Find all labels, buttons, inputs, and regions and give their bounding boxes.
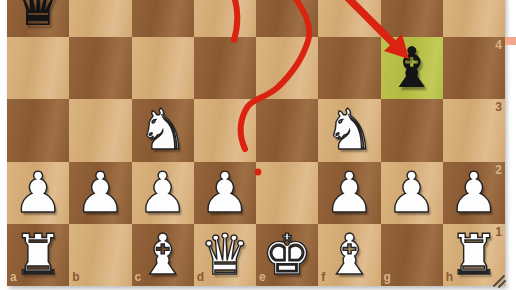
piece-white-pawn[interactable]: ♟ (443, 162, 505, 224)
square-b2[interactable]: ♟ (69, 162, 131, 224)
piece-white-pawn[interactable]: ♟ (69, 162, 131, 224)
square-a1[interactable]: ♜a (7, 224, 69, 286)
resize-line-2 (499, 281, 505, 287)
square-e3[interactable] (256, 99, 318, 161)
chess-app-page: ♛5♝4♞♞3♟♟♟♟♟♟♟2♜ab♝c♛d♚e♝fg♜1h (0, 0, 516, 290)
square-b3[interactable] (69, 99, 131, 161)
board-resize-handle[interactable] (492, 274, 506, 288)
square-c5[interactable] (132, 0, 194, 37)
square-e5[interactable] (256, 0, 318, 37)
piece-white-pawn[interactable]: ♟ (381, 162, 443, 224)
square-f1[interactable]: ♝f (318, 224, 380, 286)
square-f5[interactable] (318, 0, 380, 37)
piece-white-pawn[interactable]: ♟ (194, 162, 256, 224)
piece-white-pawn[interactable]: ♟ (7, 162, 69, 224)
square-a4[interactable] (7, 37, 69, 99)
square-d2[interactable]: ♟ (194, 162, 256, 224)
square-d5[interactable] (194, 0, 256, 37)
piece-white-king[interactable]: ♚ (256, 224, 318, 286)
piece-white-knight[interactable]: ♞ (318, 99, 380, 161)
square-e4[interactable] (256, 37, 318, 99)
square-a2[interactable]: ♟ (7, 162, 69, 224)
square-g2[interactable]: ♟ (381, 162, 443, 224)
square-d1[interactable]: ♛d (194, 224, 256, 286)
piece-white-bishop[interactable]: ♝ (318, 224, 380, 286)
square-b1[interactable]: b (69, 224, 131, 286)
piece-black-bishop[interactable]: ♝ (381, 37, 443, 99)
offboard-arrow-fragment (505, 37, 516, 45)
square-g5[interactable] (381, 0, 443, 37)
square-d3[interactable] (194, 99, 256, 161)
piece-black-queen[interactable]: ♛ (7, 0, 69, 37)
square-a5[interactable]: ♛ (7, 0, 69, 37)
square-h5[interactable]: 5 (443, 0, 505, 37)
square-h4[interactable]: 4 (443, 37, 505, 99)
square-f4[interactable] (318, 37, 380, 99)
square-g3[interactable] (381, 99, 443, 161)
piece-white-pawn[interactable]: ♟ (318, 162, 380, 224)
rank-label-3: 3 (495, 100, 502, 114)
square-e1[interactable]: ♚e (256, 224, 318, 286)
square-g4[interactable]: ♝ (381, 37, 443, 99)
square-g1[interactable]: g (381, 224, 443, 286)
square-c1[interactable]: ♝c (132, 224, 194, 286)
square-b4[interactable] (69, 37, 131, 99)
square-b5[interactable] (69, 0, 131, 37)
square-c2[interactable]: ♟ (132, 162, 194, 224)
square-d4[interactable] (194, 37, 256, 99)
piece-white-bishop[interactable]: ♝ (132, 224, 194, 286)
square-f2[interactable]: ♟ (318, 162, 380, 224)
square-h3[interactable]: 3 (443, 99, 505, 161)
piece-white-rook[interactable]: ♜ (7, 224, 69, 286)
piece-white-pawn[interactable]: ♟ (132, 162, 194, 224)
square-c3[interactable]: ♞ (132, 99, 194, 161)
square-a3[interactable] (7, 99, 69, 161)
chess-board: ♛5♝4♞♞3♟♟♟♟♟♟♟2♜ab♝c♛d♚e♝fg♜1h (7, 0, 505, 286)
square-c4[interactable] (132, 37, 194, 99)
square-e2[interactable] (256, 162, 318, 224)
file-label-b: b (72, 270, 79, 284)
square-h2[interactable]: ♟2 (443, 162, 505, 224)
file-label-g: g (384, 270, 391, 284)
piece-white-queen[interactable]: ♛ (194, 224, 256, 286)
piece-white-knight[interactable]: ♞ (132, 99, 194, 161)
square-f3[interactable]: ♞ (318, 99, 380, 161)
rank-label-4: 4 (495, 38, 502, 52)
